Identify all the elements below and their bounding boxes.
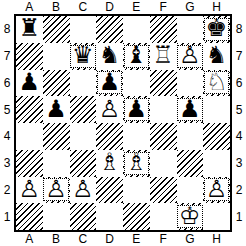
piece-backdrop: ♙ — [18, 178, 42, 201]
square-b2[interactable]: ♙ — [43, 177, 70, 204]
square-f2[interactable] — [150, 177, 177, 204]
square-g5[interactable]: ♟ — [177, 96, 204, 123]
square-h5[interactable] — [203, 96, 230, 123]
piece-backdrop: ♟ — [97, 71, 123, 94]
rank-labels-left: 87654321 — [0, 16, 14, 230]
rank-label-left-2: 2 — [0, 177, 14, 204]
square-e6[interactable] — [123, 70, 150, 97]
piece-backdrop: ♟ — [124, 98, 150, 121]
rank-label-left-5: 5 — [0, 96, 14, 123]
piece-backdrop: ♞ — [98, 45, 122, 68]
square-d8[interactable] — [96, 16, 123, 43]
square-g4[interactable] — [177, 123, 204, 150]
piece-backdrop: ♞ — [205, 45, 229, 68]
piece-white-pawn[interactable]: ♙ — [206, 177, 228, 201]
piece-black-knight[interactable]: ♞ — [99, 43, 121, 67]
piece-white-pawn[interactable]: ♙ — [179, 43, 201, 67]
piece-black-pawn[interactable]: ♟ — [45, 97, 67, 121]
chess-board: ♜♚♛♞♝♖♙♞♟♟♘♟♙♟♟♗♗♙♙♙♙♔ — [14, 14, 232, 232]
square-b3[interactable] — [43, 150, 70, 177]
square-d3[interactable]: ♗ — [96, 150, 123, 177]
piece-backdrop: ♙ — [71, 178, 95, 201]
square-c2[interactable]: ♙ — [70, 177, 97, 204]
piece-backdrop: ♛ — [70, 45, 96, 68]
piece-backdrop: ♟ — [18, 71, 42, 94]
file-label-top-g: G — [177, 0, 204, 14]
piece-black-king[interactable]: ♚ — [206, 16, 228, 40]
file-label-bottom-c: C — [70, 232, 97, 246]
square-a7[interactable] — [16, 43, 43, 70]
square-f7[interactable]: ♖ — [150, 43, 177, 70]
piece-backdrop: ♙ — [177, 45, 203, 68]
file-label-bottom-a: A — [16, 232, 43, 246]
square-f5[interactable] — [150, 96, 177, 123]
square-e5[interactable]: ♟ — [123, 96, 150, 123]
piece-white-knight[interactable]: ♘ — [206, 70, 228, 94]
piece-black-bishop[interactable]: ♝ — [126, 43, 148, 67]
square-e8[interactable] — [123, 16, 150, 43]
rank-label-left-8: 8 — [0, 16, 14, 43]
square-c1[interactable] — [70, 203, 97, 230]
square-g7[interactable]: ♙ — [177, 43, 204, 70]
square-h6[interactable]: ♘ — [203, 70, 230, 97]
rank-label-right-4: 4 — [232, 123, 246, 150]
square-e1[interactable] — [123, 203, 150, 230]
square-b8[interactable] — [43, 16, 70, 43]
square-h7[interactable]: ♞ — [203, 43, 230, 70]
square-e3[interactable]: ♗ — [123, 150, 150, 177]
file-label-bottom-g: G — [177, 232, 204, 246]
piece-backdrop: ♝ — [124, 45, 150, 68]
piece-backdrop: ♘ — [204, 71, 230, 94]
square-h2[interactable]: ♙ — [203, 177, 230, 204]
piece-black-rook[interactable]: ♜ — [19, 16, 41, 40]
rank-label-left-1: 1 — [0, 203, 14, 230]
file-label-bottom-b: B — [43, 232, 70, 246]
piece-white-pawn[interactable]: ♙ — [99, 97, 121, 121]
square-b4[interactable] — [43, 123, 70, 150]
square-a2[interactable]: ♙ — [16, 177, 43, 204]
square-b1[interactable] — [43, 203, 70, 230]
rank-label-right-2: 2 — [232, 177, 246, 204]
piece-black-pawn[interactable]: ♟ — [19, 70, 41, 94]
rank-label-left-6: 6 — [0, 70, 14, 97]
square-d6[interactable]: ♟ — [96, 70, 123, 97]
file-label-bottom-h: H — [203, 232, 230, 246]
square-d1[interactable] — [96, 203, 123, 230]
piece-backdrop: ♖ — [151, 45, 175, 68]
square-b6[interactable] — [43, 70, 70, 97]
rank-labels-right: 87654321 — [232, 16, 246, 230]
piece-white-king[interactable]: ♔ — [179, 204, 201, 228]
piece-white-pawn[interactable]: ♙ — [19, 177, 41, 201]
piece-backdrop: ♗ — [124, 152, 150, 175]
square-d7[interactable]: ♞ — [96, 43, 123, 70]
square-b5[interactable]: ♟ — [43, 96, 70, 123]
square-d4[interactable] — [96, 123, 123, 150]
square-g6[interactable] — [177, 70, 204, 97]
file-label-top-d: D — [96, 0, 123, 14]
piece-white-rook[interactable]: ♖ — [152, 43, 174, 67]
square-c4[interactable] — [70, 123, 97, 150]
piece-backdrop: ♜ — [18, 18, 42, 41]
square-f3[interactable] — [150, 150, 177, 177]
square-e7[interactable]: ♝ — [123, 43, 150, 70]
rank-label-right-6: 6 — [232, 70, 246, 97]
piece-backdrop: ♔ — [177, 205, 203, 228]
square-a8[interactable]: ♜ — [16, 16, 43, 43]
piece-backdrop: ♙ — [98, 98, 122, 121]
rank-label-left-3: 3 — [0, 150, 14, 177]
file-label-bottom-d: D — [96, 232, 123, 246]
piece-white-bishop[interactable]: ♗ — [99, 150, 121, 174]
square-g3[interactable] — [177, 150, 204, 177]
square-a1[interactable] — [16, 203, 43, 230]
rank-label-right-7: 7 — [232, 43, 246, 70]
rank-label-left-4: 4 — [0, 123, 14, 150]
square-c8[interactable] — [70, 16, 97, 43]
square-h4[interactable] — [203, 123, 230, 150]
square-g2[interactable] — [177, 177, 204, 204]
square-a6[interactable]: ♟ — [16, 70, 43, 97]
rank-label-left-7: 7 — [0, 43, 14, 70]
piece-backdrop: ♙ — [43, 178, 69, 201]
piece-white-pawn[interactable]: ♙ — [45, 177, 67, 201]
square-b7[interactable] — [43, 43, 70, 70]
square-c6[interactable] — [70, 70, 97, 97]
rank-label-right-1: 1 — [232, 203, 246, 230]
chess-diagram: ABCDEFGH 87654321 ♜♚♛♞♝♖♙♞♟♟♘♟♙♟♟♗♗♙♙♙♙♔… — [0, 0, 246, 246]
square-h1[interactable] — [203, 203, 230, 230]
square-a4[interactable] — [16, 123, 43, 150]
piece-white-pawn[interactable]: ♙ — [72, 177, 94, 201]
file-labels-top: ABCDEFGH — [16, 0, 230, 14]
square-f8[interactable] — [150, 16, 177, 43]
square-a3[interactable] — [16, 150, 43, 177]
piece-black-queen[interactable]: ♛ — [72, 43, 94, 67]
square-f4[interactable] — [150, 123, 177, 150]
square-f6[interactable] — [150, 70, 177, 97]
piece-black-pawn[interactable]: ♟ — [179, 97, 201, 121]
file-label-top-h: H — [203, 0, 230, 14]
file-label-top-e: E — [123, 0, 150, 14]
square-h3[interactable] — [203, 150, 230, 177]
square-e2[interactable] — [123, 177, 150, 204]
square-g8[interactable] — [177, 16, 204, 43]
rank-label-right-5: 5 — [232, 96, 246, 123]
file-label-top-b: B — [43, 0, 70, 14]
file-label-top-a: A — [16, 0, 43, 14]
rank-label-right-3: 3 — [232, 150, 246, 177]
piece-black-pawn[interactable]: ♟ — [99, 70, 121, 94]
square-e4[interactable] — [123, 123, 150, 150]
square-h8[interactable]: ♚ — [203, 16, 230, 43]
piece-backdrop: ♚ — [204, 18, 230, 41]
square-g1[interactable]: ♔ — [177, 203, 204, 230]
piece-black-knight[interactable]: ♞ — [206, 43, 228, 67]
piece-backdrop: ♗ — [98, 152, 122, 175]
piece-white-bishop[interactable]: ♗ — [126, 150, 148, 174]
rank-label-right-8: 8 — [232, 16, 246, 43]
square-c5[interactable] — [70, 96, 97, 123]
square-a5[interactable] — [16, 96, 43, 123]
piece-backdrop: ♟ — [177, 98, 203, 121]
file-label-top-c: C — [70, 0, 97, 14]
square-c3[interactable] — [70, 150, 97, 177]
file-label-top-f: F — [150, 0, 177, 14]
file-label-bottom-f: F — [150, 232, 177, 246]
piece-backdrop: ♟ — [44, 98, 68, 121]
square-c7[interactable]: ♛ — [70, 43, 97, 70]
square-d2[interactable] — [96, 177, 123, 204]
square-f1[interactable] — [150, 203, 177, 230]
file-labels-bottom: ABCDEFGH — [16, 232, 230, 246]
piece-backdrop: ♙ — [204, 178, 230, 201]
piece-black-pawn[interactable]: ♟ — [126, 97, 148, 121]
square-d5[interactable]: ♙ — [96, 96, 123, 123]
file-label-bottom-e: E — [123, 232, 150, 246]
